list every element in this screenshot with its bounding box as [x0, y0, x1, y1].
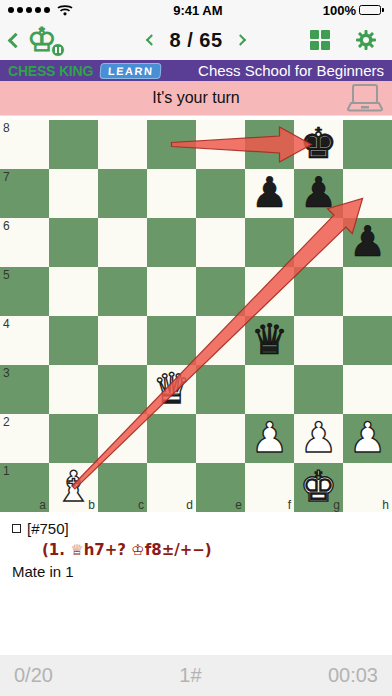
battery-icon	[359, 5, 384, 15]
square-h3[interactable]	[343, 365, 392, 414]
variation-text: (1. ♕h7+? ♔f8±/+−)	[42, 541, 392, 559]
status-bar: 9:41 AM 100%	[0, 0, 392, 20]
turn-banner: It's your turn	[0, 81, 392, 116]
black-pawn-f7[interactable]: ♟	[245, 169, 294, 218]
back-button[interactable]	[8, 32, 24, 48]
signal-dot	[8, 7, 14, 13]
square-h2[interactable]: ♟	[343, 414, 392, 463]
battery-percent: 100%	[323, 3, 356, 18]
rank-label-2: 2	[3, 415, 10, 429]
square-d4[interactable]	[147, 316, 196, 365]
rank-label-5: 5	[3, 268, 10, 282]
rank-label-3: 3	[3, 366, 10, 380]
black-king-g8[interactable]: ♚	[294, 120, 343, 169]
square-d5[interactable]	[147, 267, 196, 316]
square-b5[interactable]	[49, 267, 98, 316]
brand-bar: CHESS KING LEARN Chess School for Beginn…	[0, 60, 392, 81]
square-c7[interactable]	[98, 169, 147, 218]
square-a8[interactable]: 8	[0, 120, 49, 169]
square-f3[interactable]	[245, 365, 294, 414]
square-h4[interactable]	[343, 316, 392, 365]
file-label-a: a	[39, 498, 46, 512]
white-queen-d3[interactable]: ♛	[147, 365, 196, 414]
square-a4[interactable]: 4	[0, 316, 49, 365]
white-king-g1[interactable]: ♚	[294, 463, 343, 512]
square-c3[interactable]	[98, 365, 147, 414]
puzzle-grid-button[interactable]	[310, 30, 330, 50]
square-b7[interactable]	[49, 169, 98, 218]
square-g6[interactable]	[294, 218, 343, 267]
square-f7[interactable]: ♟	[245, 169, 294, 218]
square-g1[interactable]: g♚	[294, 463, 343, 512]
square-b2[interactable]	[49, 414, 98, 463]
file-label-d: d	[186, 498, 193, 512]
signal-dot	[17, 7, 23, 13]
app-window: 9:41 AM 100% ♔ 8 / 65	[0, 0, 392, 696]
square-a2[interactable]: 2	[0, 414, 49, 463]
footer-bar: 0/20 1# 00:03	[0, 655, 392, 696]
chess-board: 8♚7♟♟6♟54♛3♛2♟♟♟1ab♝cdefg♚h	[0, 120, 392, 512]
file-label-f: f	[288, 498, 291, 512]
square-d6[interactable]	[147, 218, 196, 267]
square-a7[interactable]: 7	[0, 169, 49, 218]
problem-id: [#750]	[27, 520, 69, 537]
square-f2[interactable]: ♟	[245, 414, 294, 463]
file-label-c: c	[138, 498, 144, 512]
square-h8[interactable]	[343, 120, 392, 169]
square-b6[interactable]	[49, 218, 98, 267]
square-f1[interactable]: f	[245, 463, 294, 512]
square-a3[interactable]: 3	[0, 365, 49, 414]
square-b4[interactable]	[49, 316, 98, 365]
square-h5[interactable]	[343, 267, 392, 316]
signal-dot	[44, 7, 50, 13]
square-f5[interactable]	[245, 267, 294, 316]
learn-badge: LEARN	[100, 63, 163, 79]
square-g8[interactable]: ♚	[294, 120, 343, 169]
square-g7[interactable]: ♟	[294, 169, 343, 218]
square-e4[interactable]	[196, 316, 245, 365]
square-a6[interactable]: 6	[0, 218, 49, 267]
square-b1[interactable]: b♝	[49, 463, 98, 512]
square-h1[interactable]: h	[343, 463, 392, 512]
puzzle-type: 1#	[179, 664, 201, 687]
square-g3[interactable]	[294, 365, 343, 414]
square-c4[interactable]	[98, 316, 147, 365]
square-d1[interactable]: d	[147, 463, 196, 512]
white-pawn-g2[interactable]: ♟	[294, 414, 343, 463]
file-label-e: e	[235, 498, 242, 512]
black-pawn-h6[interactable]: ♟	[343, 218, 392, 267]
annotation-panel: [#750] (1. ♕h7+? ♔f8±/+−) Mate in 1	[0, 512, 392, 654]
square-e3[interactable]	[196, 365, 245, 414]
signal-dot	[26, 7, 32, 13]
square-e7[interactable]	[196, 169, 245, 218]
turn-message: It's your turn	[152, 89, 240, 107]
square-f6[interactable]	[245, 218, 294, 267]
square-h7[interactable]	[343, 169, 392, 218]
white-to-move-icon	[12, 524, 21, 533]
square-e5[interactable]	[196, 267, 245, 316]
square-f4[interactable]: ♛	[245, 316, 294, 365]
previous-puzzle-button[interactable]	[146, 34, 157, 45]
square-g2[interactable]: ♟	[294, 414, 343, 463]
square-a5[interactable]: 5	[0, 267, 49, 316]
rank-label-8: 8	[3, 121, 10, 135]
white-bishop-b1[interactable]: ♝	[49, 463, 98, 512]
square-c1[interactable]: c	[98, 463, 147, 512]
course-title: Chess School for Beginners	[198, 62, 384, 79]
pause-badge-icon	[51, 43, 65, 57]
square-e8[interactable]	[196, 120, 245, 169]
square-d8[interactable]	[147, 120, 196, 169]
square-d3[interactable]: ♛	[147, 365, 196, 414]
settings-gear-button[interactable]	[354, 28, 378, 52]
black-pawn-g7[interactable]: ♟	[294, 169, 343, 218]
square-c5[interactable]	[98, 267, 147, 316]
square-g5[interactable]	[294, 267, 343, 316]
wifi-icon	[57, 4, 73, 16]
square-h6[interactable]: ♟	[343, 218, 392, 267]
chess-king-logo[interactable]: ♔	[27, 21, 65, 59]
square-c2[interactable]	[98, 414, 147, 463]
rank-label-4: 4	[3, 317, 10, 331]
brand-logo-text: CHESS KING	[8, 63, 93, 79]
square-e6[interactable]	[196, 218, 245, 267]
rank-label-6: 6	[3, 219, 10, 233]
status-time: 9:41 AM	[173, 3, 222, 18]
square-g4[interactable]	[294, 316, 343, 365]
computer-icon	[346, 83, 384, 113]
square-c6[interactable]	[98, 218, 147, 267]
puzzle-counter: 8 / 65	[169, 29, 222, 52]
black-queen-f4[interactable]: ♛	[245, 316, 294, 365]
rank-label-7: 7	[3, 170, 10, 184]
signal-indicator	[8, 4, 73, 16]
file-label-h: h	[382, 498, 389, 512]
next-puzzle-button[interactable]	[235, 34, 246, 45]
square-b8[interactable]	[49, 120, 98, 169]
white-pawn-h2[interactable]: ♟	[343, 414, 392, 463]
signal-dot	[35, 7, 41, 13]
square-a1[interactable]: 1a	[0, 463, 49, 512]
elapsed-time: 00:03	[328, 664, 378, 687]
square-b3[interactable]	[49, 365, 98, 414]
white-pawn-f2[interactable]: ♟	[245, 414, 294, 463]
navigation-bar: ♔ 8 / 65	[0, 20, 392, 60]
square-e2[interactable]	[196, 414, 245, 463]
task-text: Mate in 1	[12, 563, 392, 580]
square-c8[interactable]	[98, 120, 147, 169]
square-d7[interactable]	[147, 169, 196, 218]
square-d2[interactable]	[147, 414, 196, 463]
score-counter: 0/20	[14, 664, 53, 687]
square-f8[interactable]	[245, 120, 294, 169]
rank-label-1: 1	[3, 464, 10, 478]
square-e1[interactable]: e	[196, 463, 245, 512]
